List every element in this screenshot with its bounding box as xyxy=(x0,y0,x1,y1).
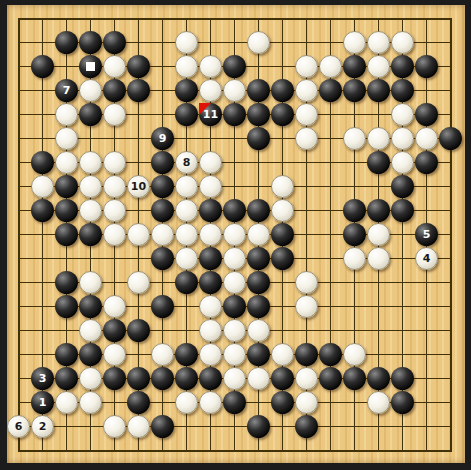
stone-white xyxy=(199,223,222,246)
stone-white xyxy=(367,127,390,150)
stone-black xyxy=(271,391,294,414)
stone-white xyxy=(247,319,270,342)
stone-black xyxy=(247,127,270,150)
stone-black xyxy=(127,391,150,414)
stone-black xyxy=(415,103,438,126)
go-app-window: 7119810543162 xyxy=(0,0,471,470)
stone-black xyxy=(271,223,294,246)
stone-white xyxy=(295,79,318,102)
stone-black xyxy=(151,367,174,390)
stone-black xyxy=(223,295,246,318)
stone-white xyxy=(391,127,414,150)
stone-white xyxy=(367,31,390,54)
stone-white xyxy=(151,343,174,366)
stone-white xyxy=(223,343,246,366)
stone-white xyxy=(55,151,78,174)
stone-white xyxy=(79,175,102,198)
stone-black xyxy=(79,343,102,366)
stone-white xyxy=(295,271,318,294)
stone-black xyxy=(55,199,78,222)
frame-right xyxy=(465,0,471,470)
stone-white xyxy=(79,151,102,174)
stone-black xyxy=(223,103,246,126)
stone-black xyxy=(247,295,270,318)
stone-white: 4 xyxy=(415,247,438,270)
stone-black xyxy=(247,79,270,102)
stone-white xyxy=(31,175,54,198)
stone-white xyxy=(223,367,246,390)
stone-black xyxy=(151,151,174,174)
stone-black xyxy=(319,367,342,390)
stone-black xyxy=(367,199,390,222)
stone-black xyxy=(55,175,78,198)
stone-black xyxy=(343,79,366,102)
stone-black xyxy=(127,367,150,390)
stone-white: 6 xyxy=(7,415,30,438)
stone-black xyxy=(199,247,222,270)
stone-black xyxy=(79,103,102,126)
go-board[interactable]: 7119810543162 xyxy=(7,5,465,463)
stone-black xyxy=(151,415,174,438)
stone-black xyxy=(391,367,414,390)
stone-white xyxy=(103,175,126,198)
move-number-label: 4 xyxy=(423,253,431,264)
stone-white xyxy=(295,367,318,390)
stone-black xyxy=(223,199,246,222)
stone-black: 9 xyxy=(151,127,174,150)
stone-white xyxy=(295,127,318,150)
stone-white xyxy=(199,319,222,342)
stone-black xyxy=(415,151,438,174)
stone-black xyxy=(151,199,174,222)
stone-white xyxy=(223,247,246,270)
stone-black: 7 xyxy=(55,79,78,102)
stone-white xyxy=(175,223,198,246)
stone-black xyxy=(247,343,270,366)
stone-black xyxy=(55,367,78,390)
stone-black xyxy=(271,247,294,270)
stone-white xyxy=(295,103,318,126)
stone-white xyxy=(247,367,270,390)
move-number-label: 2 xyxy=(39,421,47,432)
stone-black xyxy=(343,55,366,78)
stone-black xyxy=(127,79,150,102)
stone-white xyxy=(79,319,102,342)
stone-black xyxy=(175,367,198,390)
frame-left xyxy=(0,0,7,470)
stone-white xyxy=(103,199,126,222)
stone-white xyxy=(295,55,318,78)
stone-white xyxy=(199,79,222,102)
stone-black xyxy=(175,79,198,102)
stone-white xyxy=(199,295,222,318)
stone-white xyxy=(199,175,222,198)
stone-white xyxy=(247,223,270,246)
grid-hline xyxy=(18,450,452,452)
stone-white xyxy=(391,103,414,126)
stone-black xyxy=(367,367,390,390)
stone-white xyxy=(343,247,366,270)
grid-vline xyxy=(450,18,452,452)
stone-black xyxy=(103,79,126,102)
stone-white xyxy=(55,391,78,414)
stone-black xyxy=(55,295,78,318)
stone-white xyxy=(175,199,198,222)
stone-white xyxy=(391,31,414,54)
stone-black xyxy=(391,199,414,222)
frame-top xyxy=(0,0,471,5)
stone-white xyxy=(175,247,198,270)
stone-black xyxy=(295,415,318,438)
stone-black xyxy=(415,55,438,78)
stone-black xyxy=(391,391,414,414)
stone-white xyxy=(55,103,78,126)
stone-black xyxy=(151,247,174,270)
stone-white xyxy=(127,223,150,246)
stone-black xyxy=(151,295,174,318)
stone-white xyxy=(295,391,318,414)
stone-white: 2 xyxy=(31,415,54,438)
stone-white xyxy=(199,151,222,174)
stone-white xyxy=(175,391,198,414)
stone-white xyxy=(103,103,126,126)
move-number-label: 9 xyxy=(159,133,167,144)
stone-white xyxy=(55,127,78,150)
stone-black xyxy=(247,199,270,222)
stone-black xyxy=(175,343,198,366)
stone-black xyxy=(343,367,366,390)
stone-white xyxy=(343,127,366,150)
stone-black xyxy=(439,127,462,150)
stone-white xyxy=(271,199,294,222)
stone-white xyxy=(175,31,198,54)
move-number-label: 5 xyxy=(423,229,431,240)
stone-white xyxy=(391,151,414,174)
stone-black xyxy=(199,199,222,222)
stone-black xyxy=(223,391,246,414)
stone-white xyxy=(223,223,246,246)
stone-white xyxy=(247,31,270,54)
stone-white xyxy=(415,127,438,150)
stone-black xyxy=(247,103,270,126)
stone-white xyxy=(103,295,126,318)
stone-white xyxy=(367,391,390,414)
stone-black xyxy=(367,151,390,174)
stone-white xyxy=(223,79,246,102)
stone-black xyxy=(367,79,390,102)
move-number-label: 6 xyxy=(15,421,23,432)
stone-black xyxy=(343,199,366,222)
stone-white xyxy=(103,343,126,366)
move-number-label: 10 xyxy=(131,181,146,192)
stone-black xyxy=(319,343,342,366)
stone-black xyxy=(247,271,270,294)
stone-black xyxy=(343,223,366,246)
stone-white xyxy=(295,295,318,318)
stone-black xyxy=(79,223,102,246)
stone-white xyxy=(223,319,246,342)
move-number-label: 7 xyxy=(63,85,71,96)
stone-white xyxy=(127,415,150,438)
stone-white xyxy=(367,247,390,270)
stone-black: 3 xyxy=(31,367,54,390)
stone-black xyxy=(319,79,342,102)
stone-white xyxy=(367,55,390,78)
stone-black xyxy=(151,175,174,198)
stone-white xyxy=(175,175,198,198)
stone-black xyxy=(31,199,54,222)
move-number-label: 1 xyxy=(39,397,47,408)
stone-white xyxy=(79,199,102,222)
stone-white xyxy=(103,415,126,438)
stone-black xyxy=(55,343,78,366)
stone-black xyxy=(55,31,78,54)
stone-black xyxy=(31,55,54,78)
stone-white xyxy=(343,343,366,366)
stone-black xyxy=(271,367,294,390)
stone-white xyxy=(223,271,246,294)
stone-black xyxy=(103,31,126,54)
stone-white xyxy=(175,55,198,78)
stone-white xyxy=(271,175,294,198)
stone-white xyxy=(199,391,222,414)
stone-white xyxy=(319,55,342,78)
stone-black: 1 xyxy=(31,391,54,414)
stone-white: 10 xyxy=(127,175,150,198)
stone-black xyxy=(199,367,222,390)
stone-black xyxy=(391,55,414,78)
stone-white xyxy=(103,151,126,174)
stone-black xyxy=(55,271,78,294)
stone-black xyxy=(271,103,294,126)
stone-white xyxy=(79,391,102,414)
stone-black xyxy=(271,79,294,102)
stone-white xyxy=(367,223,390,246)
stone-white xyxy=(79,79,102,102)
stone-white xyxy=(127,271,150,294)
stone-black xyxy=(295,343,318,366)
stone-black xyxy=(223,55,246,78)
stone-black xyxy=(103,319,126,342)
stone-black xyxy=(247,415,270,438)
red-triangle-marker xyxy=(199,103,211,115)
stone-black xyxy=(127,55,150,78)
stone-black xyxy=(391,175,414,198)
stone-white xyxy=(103,55,126,78)
move-number-label: 8 xyxy=(183,157,191,168)
stone-black xyxy=(175,271,198,294)
stone-white xyxy=(103,223,126,246)
stone-white xyxy=(199,343,222,366)
stone-black xyxy=(31,151,54,174)
stone-black xyxy=(199,271,222,294)
white-square-marker xyxy=(86,62,95,71)
stone-white: 8 xyxy=(175,151,198,174)
stone-white xyxy=(199,55,222,78)
stone-black xyxy=(391,79,414,102)
stone-white xyxy=(343,31,366,54)
stone-white xyxy=(271,343,294,366)
stone-black xyxy=(127,319,150,342)
stone-white xyxy=(79,271,102,294)
stone-black: 5 xyxy=(415,223,438,246)
stone-black xyxy=(55,223,78,246)
stone-black xyxy=(175,103,198,126)
stone-black xyxy=(247,247,270,270)
stone-white xyxy=(79,367,102,390)
stone-white xyxy=(151,223,174,246)
grid-hline xyxy=(18,426,452,427)
move-number-label: 3 xyxy=(39,373,47,384)
frame-bottom xyxy=(0,463,471,470)
stone-black xyxy=(79,295,102,318)
stone-black xyxy=(79,31,102,54)
stone-black xyxy=(103,367,126,390)
